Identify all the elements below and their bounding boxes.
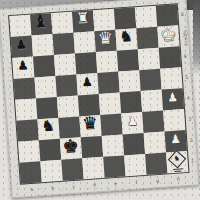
piece-white-pawn-h2[interactable]: ♟ [164, 128, 186, 150]
piece-black-pawn-d5[interactable]: ♟ [76, 71, 98, 93]
square-e4[interactable] [99, 93, 121, 115]
square-c7[interactable] [52, 33, 74, 55]
square-h6[interactable] [159, 46, 181, 68]
file-label-g: g [147, 176, 169, 185]
square-c5[interactable] [55, 75, 77, 97]
file-label-a: a [21, 185, 43, 194]
square-d1[interactable] [82, 157, 104, 179]
square-f6[interactable] [117, 49, 139, 71]
square-a4[interactable] [15, 98, 37, 120]
piece-black-queen-d3[interactable]: ♛ [79, 112, 101, 134]
square-g3[interactable] [142, 111, 164, 133]
file-label-f: f [126, 178, 148, 187]
piece-black-king-c2[interactable]: ♚ [60, 135, 82, 157]
square-b2[interactable] [39, 139, 61, 161]
piece-black-pawn-a6[interactable]: ♟ [12, 54, 34, 76]
piece-white-king-h7[interactable]: ♚ [157, 23, 179, 45]
file-label-e: e [105, 179, 127, 188]
square-e3[interactable] [100, 113, 122, 135]
photo-canvas: { "game": "chess", "scene_description": … [0, 0, 200, 200]
square-c6[interactable] [54, 54, 76, 76]
square-c8[interactable] [51, 12, 73, 34]
rank-label-4: 4 [184, 88, 193, 110]
square-b5[interactable] [34, 76, 56, 98]
square-g1[interactable] [145, 152, 167, 174]
piece-black-knight-f7[interactable]: ♞ [115, 26, 137, 48]
square-b7[interactable] [32, 34, 54, 56]
table-right-shadow [193, 0, 200, 75]
chess-board: ♝♜♟♛♞♚♟♟♟♞♛♟♚♟ abcdefgh 87654321 Chess ♞ [0, 0, 199, 198]
square-g6[interactable] [138, 48, 160, 70]
file-label-b: b [42, 184, 64, 193]
piece-black-knight-b3[interactable]: ♞ [37, 115, 59, 137]
piece-black-bishop-b8[interactable]: ♝ [30, 11, 52, 33]
board-grid: ♝♜♟♛♞♚♟♟♟♞♛♟♚♟ [9, 4, 188, 183]
board-brand-text: Chess [183, 30, 189, 46]
square-f1[interactable] [124, 154, 146, 176]
square-e1[interactable] [103, 155, 125, 177]
rank-label-6: 6 [181, 46, 190, 68]
file-label-c: c [63, 182, 85, 191]
square-d2[interactable] [81, 136, 103, 158]
file-label-h: h [168, 175, 190, 184]
square-h1[interactable] [166, 151, 188, 173]
rank-label-1: 1 [188, 150, 197, 172]
rank-label-2: 2 [187, 129, 196, 151]
square-d7[interactable] [73, 31, 95, 53]
piece-white-pawn-h4[interactable]: ♟ [161, 86, 183, 108]
square-a3[interactable] [16, 119, 38, 141]
piece-white-pawn-f3[interactable]: ♟ [121, 110, 143, 132]
rank-label-3: 3 [185, 108, 194, 130]
square-e2[interactable] [102, 134, 124, 156]
square-f5[interactable] [118, 70, 140, 92]
square-a5[interactable] [14, 77, 36, 99]
square-g8[interactable] [135, 6, 157, 28]
square-b6[interactable] [33, 55, 55, 77]
square-b1[interactable] [40, 160, 62, 182]
square-f2[interactable] [123, 133, 145, 155]
rank-label-8: 8 [178, 4, 187, 26]
square-c1[interactable] [61, 158, 83, 180]
square-c4[interactable] [57, 95, 79, 117]
square-g4[interactable] [141, 90, 163, 112]
square-e6[interactable] [96, 51, 118, 73]
square-g5[interactable] [139, 69, 161, 91]
square-e5[interactable] [97, 72, 119, 94]
square-g2[interactable] [144, 132, 166, 154]
rank-label-5: 5 [182, 67, 191, 89]
piece-black-pawn-a7[interactable]: ♟ [10, 33, 32, 55]
file-label-d: d [84, 181, 106, 190]
square-a1[interactable] [19, 161, 41, 183]
square-g7[interactable] [136, 27, 158, 49]
square-a2[interactable] [18, 140, 40, 162]
piece-white-queen-e7[interactable]: ♛ [94, 27, 116, 49]
piece-white-rook-d8[interactable]: ♜ [72, 8, 94, 30]
